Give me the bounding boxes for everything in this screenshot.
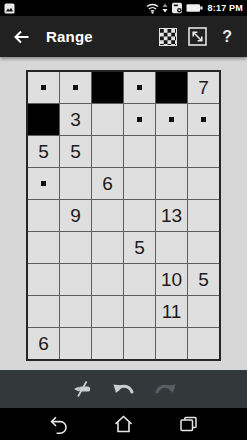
cell-r8c1[interactable]: [28, 296, 59, 327]
dot-mark: [137, 117, 142, 122]
undo-button[interactable]: [111, 376, 137, 402]
dot-mark: [41, 181, 46, 186]
cell-r6c5[interactable]: [156, 232, 187, 263]
app-bar: Range ?: [0, 16, 247, 57]
cell-r1c3[interactable]: [92, 72, 123, 103]
cell-r3c1[interactable]: 5: [28, 136, 59, 167]
resize-button[interactable]: [188, 27, 207, 46]
nav-back-icon: [48, 414, 69, 435]
cell-r5c6[interactable]: [188, 200, 219, 231]
nav-recents-icon: [178, 414, 199, 434]
dot-mark: [201, 117, 206, 122]
back-arrow-button[interactable]: [13, 29, 30, 45]
game-type-button[interactable]: [159, 28, 177, 46]
status-time: 8:17 PM: [206, 3, 243, 13]
cell-r9c2[interactable]: [60, 328, 91, 359]
resize-diagonal-icon: [188, 27, 207, 46]
game-toolbar: [0, 370, 247, 408]
cell-r9c1[interactable]: 6: [28, 328, 59, 359]
cell-r6c2[interactable]: [60, 232, 91, 263]
cell-r9c4[interactable]: [124, 328, 155, 359]
cell-r7c3[interactable]: [92, 264, 123, 295]
cell-r5c5[interactable]: 13: [156, 200, 187, 231]
cell-r3c4[interactable]: [124, 136, 155, 167]
cell-r6c3[interactable]: [92, 232, 123, 263]
cell-r3c5[interactable]: [156, 136, 187, 167]
nav-back-button[interactable]: [48, 414, 69, 435]
redo-button[interactable]: [152, 376, 178, 402]
cell-r7c2[interactable]: [60, 264, 91, 295]
cell-r2c4[interactable]: [124, 104, 155, 135]
puzzle-grid[interactable]: 735569135105116: [26, 70, 221, 361]
cell-r2c1[interactable]: [28, 104, 59, 135]
cell-r9c5[interactable]: [156, 328, 187, 359]
network-activity-icon: [162, 3, 168, 13]
puzzle-area: 735569135105116: [0, 57, 247, 370]
cell-r8c2[interactable]: [60, 296, 91, 327]
cell-r2c3[interactable]: [92, 104, 123, 135]
cell-r5c3[interactable]: [92, 200, 123, 231]
cell-r4c2[interactable]: [60, 168, 91, 199]
cell-r9c3[interactable]: [92, 328, 123, 359]
dot-mark: [73, 85, 78, 90]
cell-r7c6[interactable]: 5: [188, 264, 219, 295]
cell-r3c2[interactable]: 5: [60, 136, 91, 167]
cell-r8c6[interactable]: [188, 296, 219, 327]
cell-r4c5[interactable]: [156, 168, 187, 199]
cell-r6c4[interactable]: 5: [124, 232, 155, 263]
checkerboard-icon: [159, 28, 177, 46]
usb-connection-icon: [171, 2, 183, 14]
cell-r1c5[interactable]: [156, 72, 187, 103]
battery-icon: [186, 3, 203, 13]
dot-mark: [169, 117, 174, 122]
nav-recents-button[interactable]: [178, 414, 199, 434]
cell-r2c2[interactable]: 3: [60, 104, 91, 135]
status-bar: 8:17 PM: [0, 0, 247, 16]
nav-home-icon: [113, 414, 134, 434]
nav-home-button[interactable]: [113, 414, 134, 434]
cell-r1c1[interactable]: [28, 72, 59, 103]
cell-r4c4[interactable]: [124, 168, 155, 199]
pencil-slash-icon: [72, 379, 93, 399]
cell-r5c1[interactable]: [28, 200, 59, 231]
cell-r1c2[interactable]: [60, 72, 91, 103]
cell-r3c6[interactable]: [188, 136, 219, 167]
dot-mark: [137, 85, 142, 90]
cell-r5c4[interactable]: [124, 200, 155, 231]
redo-icon: [153, 382, 177, 397]
cell-r7c5[interactable]: 10: [156, 264, 187, 295]
back-arrow-icon: [13, 29, 30, 45]
cell-r1c4[interactable]: [124, 72, 155, 103]
cell-r2c5[interactable]: [156, 104, 187, 135]
pencil-marks-button[interactable]: [70, 376, 96, 402]
cell-r6c1[interactable]: [28, 232, 59, 263]
cell-r3c3[interactable]: [92, 136, 123, 167]
cell-r7c4[interactable]: [124, 264, 155, 295]
phone-screen: 8:17 PM Range ? 735569135105116: [0, 0, 247, 440]
cell-r7c1[interactable]: [28, 264, 59, 295]
undo-icon: [112, 382, 136, 397]
cell-r8c3[interactable]: [92, 296, 123, 327]
help-button[interactable]: ?: [220, 28, 234, 46]
cell-r1c6[interactable]: 7: [188, 72, 219, 103]
wifi-icon: [146, 3, 159, 14]
app-title: Range: [46, 28, 93, 45]
cell-r8c5[interactable]: 11: [156, 296, 187, 327]
cell-r6c6[interactable]: [188, 232, 219, 263]
cell-r8c4[interactable]: [124, 296, 155, 327]
android-nav-bar: [0, 408, 247, 440]
cell-r4c6[interactable]: [188, 168, 219, 199]
dot-mark: [41, 85, 46, 90]
cell-r4c3[interactable]: 6: [92, 168, 123, 199]
cell-r5c2[interactable]: 9: [60, 200, 91, 231]
screenshot-notification-icon: [4, 3, 15, 14]
cell-r9c6[interactable]: [188, 328, 219, 359]
cell-r4c1[interactable]: [28, 168, 59, 199]
cell-r2c6[interactable]: [188, 104, 219, 135]
status-bar-right-cluster: 8:17 PM: [146, 2, 243, 14]
